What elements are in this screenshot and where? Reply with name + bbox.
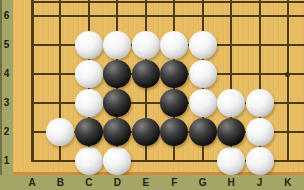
go-board-screenshot: 654321ABCDEFGHJK (0, 0, 304, 190)
stone-black-F4 (160, 60, 188, 88)
stone-black-C2 (75, 118, 103, 146)
row-label-4: 4 (0, 68, 13, 80)
stone-black-F3 (160, 89, 188, 117)
stone-white-G3 (189, 89, 217, 117)
col-label-C: C (81, 177, 97, 189)
row-label-5: 5 (0, 39, 13, 51)
col-label-F: F (166, 177, 182, 189)
stone-white-C4 (75, 60, 103, 88)
stone-black-H2 (217, 118, 245, 146)
col-label-H: H (223, 177, 239, 189)
grid-line-cropped-top (31, 1, 304, 3)
row-label-1: 1 (0, 155, 13, 167)
stone-black-F2 (160, 118, 188, 146)
row-label-2: 2 (0, 126, 13, 138)
col-label-G: G (195, 177, 211, 189)
stone-white-E5 (132, 31, 160, 59)
stone-black-E4 (132, 60, 160, 88)
stone-white-C5 (75, 31, 103, 59)
stone-white-G5 (189, 31, 217, 59)
stone-white-J1 (246, 147, 274, 175)
grid-line-col-A (31, 0, 34, 162)
stone-white-C3 (75, 89, 103, 117)
stone-white-J3 (246, 89, 274, 117)
col-label-J: J (252, 177, 268, 189)
grid-line-col-K (287, 0, 289, 162)
col-label-E: E (138, 177, 154, 189)
col-label-K: K (280, 177, 296, 189)
stone-white-C1 (75, 147, 103, 175)
stone-white-J2 (246, 118, 274, 146)
stone-white-H1 (217, 147, 245, 175)
row-label-6: 6 (0, 10, 13, 22)
col-label-D: D (109, 177, 125, 189)
col-label-A: A (24, 177, 40, 189)
col-label-B: B (52, 177, 68, 189)
grid-line-row-6 (31, 15, 304, 17)
stone-black-G2 (189, 118, 217, 146)
stone-black-E2 (132, 118, 160, 146)
stone-white-G4 (189, 60, 217, 88)
stone-white-H3 (217, 89, 245, 117)
row-label-3: 3 (0, 97, 13, 109)
stone-white-F5 (160, 31, 188, 59)
